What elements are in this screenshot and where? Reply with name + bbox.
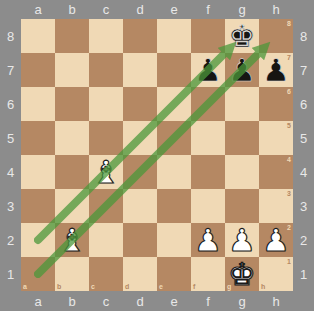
square-c4[interactable]: ♝: [89, 155, 123, 189]
inner-file-coord: b: [57, 283, 61, 290]
square-c1[interactable]: c: [89, 257, 123, 291]
file-label: f: [191, 0, 225, 19]
square-e4[interactable]: [157, 155, 191, 189]
square-a2[interactable]: [21, 223, 55, 257]
square-d6[interactable]: [123, 87, 157, 121]
square-b1[interactable]: b: [55, 257, 89, 291]
square-h8[interactable]: 8: [259, 19, 293, 53]
piece-white-king[interactable]: ♚: [228, 259, 256, 290]
file-label: e: [157, 0, 191, 19]
square-b8[interactable]: [55, 19, 89, 53]
square-f2[interactable]: ♟: [191, 223, 225, 257]
inner-file-coord: a: [23, 283, 27, 290]
square-g4[interactable]: [225, 155, 259, 189]
rank-label: 3: [0, 189, 21, 223]
chess-board[interactable]: ♚8♟♟7♟65♝43♝♟♟2♟abcdefg♚1h: [21, 19, 293, 291]
square-g1[interactable]: g♚: [225, 257, 259, 291]
square-a1[interactable]: a: [21, 257, 55, 291]
square-e6[interactable]: [157, 87, 191, 121]
square-c8[interactable]: [89, 19, 123, 53]
inner-rank-coord: 8: [287, 20, 291, 27]
rank-label: 4: [0, 155, 21, 189]
rank-label: 5: [0, 121, 21, 155]
square-b2[interactable]: ♝: [55, 223, 89, 257]
square-d3[interactable]: [123, 189, 157, 223]
square-a5[interactable]: [21, 121, 55, 155]
square-a4[interactable]: [21, 155, 55, 189]
rank-label: 8: [293, 19, 314, 53]
square-c2[interactable]: [89, 223, 123, 257]
file-label: e: [157, 291, 191, 311]
square-f7[interactable]: ♟: [191, 53, 225, 87]
square-h4[interactable]: 4: [259, 155, 293, 189]
square-e5[interactable]: [157, 121, 191, 155]
square-f6[interactable]: [191, 87, 225, 121]
piece-white-pawn[interactable]: ♟: [262, 225, 290, 256]
square-h3[interactable]: 3: [259, 189, 293, 223]
square-f8[interactable]: [191, 19, 225, 53]
square-h1[interactable]: 1h: [259, 257, 293, 291]
square-f5[interactable]: [191, 121, 225, 155]
file-label: a: [21, 291, 55, 311]
rank-labels-left: 87654321: [0, 19, 21, 291]
file-labels-top: abcdefgh: [21, 0, 293, 19]
square-g5[interactable]: [225, 121, 259, 155]
rank-label: 7: [293, 53, 314, 87]
file-label: d: [123, 291, 157, 311]
square-b7[interactable]: [55, 53, 89, 87]
square-b4[interactable]: [55, 155, 89, 189]
file-label: c: [89, 0, 123, 19]
rank-label: 2: [293, 223, 314, 257]
square-g2[interactable]: ♟: [225, 223, 259, 257]
square-d4[interactable]: [123, 155, 157, 189]
square-a3[interactable]: [21, 189, 55, 223]
rank-label: 1: [293, 257, 314, 291]
square-e2[interactable]: [157, 223, 191, 257]
rank-label: 5: [293, 121, 314, 155]
inner-file-coord: e: [159, 283, 163, 290]
piece-black-pawn[interactable]: ♟: [262, 55, 290, 86]
rank-label: 2: [0, 223, 21, 257]
file-label: f: [191, 291, 225, 311]
square-a8[interactable]: [21, 19, 55, 53]
rank-label: 8: [0, 19, 21, 53]
square-f1[interactable]: f: [191, 257, 225, 291]
file-labels-bottom: abcdefgh: [21, 291, 293, 311]
square-e3[interactable]: [157, 189, 191, 223]
square-f3[interactable]: [191, 189, 225, 223]
chessboard-frame: abcdefgh abcdefgh 87654321 87654321 ♚8♟♟…: [0, 0, 314, 311]
square-g8[interactable]: ♚: [225, 19, 259, 53]
file-label: c: [89, 291, 123, 311]
file-label: a: [21, 0, 55, 19]
file-label: h: [259, 0, 293, 19]
square-f4[interactable]: [191, 155, 225, 189]
square-h7[interactable]: 7♟: [259, 53, 293, 87]
square-c7[interactable]: [89, 53, 123, 87]
square-c5[interactable]: [89, 121, 123, 155]
square-g3[interactable]: [225, 189, 259, 223]
square-e8[interactable]: [157, 19, 191, 53]
square-c6[interactable]: [89, 87, 123, 121]
piece-black-pawn[interactable]: ♟: [194, 55, 222, 86]
piece-white-bishop[interactable]: ♝: [92, 157, 120, 188]
inner-rank-coord: 6: [287, 88, 291, 95]
inner-rank-coord: 5: [287, 122, 291, 129]
square-d2[interactable]: [123, 223, 157, 257]
inner-file-coord: f: [193, 283, 195, 290]
file-label: g: [225, 291, 259, 311]
file-label: b: [55, 291, 89, 311]
inner-file-coord: c: [91, 283, 95, 290]
square-b6[interactable]: [55, 87, 89, 121]
square-e7[interactable]: [157, 53, 191, 87]
square-h2[interactable]: 2♟: [259, 223, 293, 257]
rank-label: 6: [0, 87, 21, 121]
square-b3[interactable]: [55, 189, 89, 223]
square-g7[interactable]: ♟: [225, 53, 259, 87]
piece-black-pawn[interactable]: ♟: [228, 55, 256, 86]
square-h5[interactable]: 5: [259, 121, 293, 155]
rank-label: 6: [293, 87, 314, 121]
square-a7[interactable]: [21, 53, 55, 87]
rank-labels-right: 87654321: [293, 19, 314, 291]
piece-black-king[interactable]: ♚: [228, 21, 256, 52]
square-d5[interactable]: [123, 121, 157, 155]
piece-white-pawn[interactable]: ♟: [228, 225, 256, 256]
piece-white-bishop[interactable]: ♝: [58, 225, 86, 256]
inner-rank-coord: 4: [287, 156, 291, 163]
square-d7[interactable]: [123, 53, 157, 87]
rank-label: 4: [293, 155, 314, 189]
file-label: h: [259, 291, 293, 311]
inner-rank-coord: 3: [287, 190, 291, 197]
square-e1[interactable]: e: [157, 257, 191, 291]
square-d8[interactable]: [123, 19, 157, 53]
inner-file-coord: d: [125, 283, 129, 290]
file-label: b: [55, 0, 89, 19]
square-g6[interactable]: [225, 87, 259, 121]
inner-rank-coord: 1: [287, 258, 291, 265]
square-c3[interactable]: [89, 189, 123, 223]
rank-label: 7: [0, 53, 21, 87]
square-a6[interactable]: [21, 87, 55, 121]
file-label: g: [225, 0, 259, 19]
square-b5[interactable]: [55, 121, 89, 155]
rank-label: 1: [0, 257, 21, 291]
piece-white-pawn[interactable]: ♟: [194, 225, 222, 256]
file-label: d: [123, 0, 157, 19]
rank-label: 3: [293, 189, 314, 223]
square-h6[interactable]: 6: [259, 87, 293, 121]
square-d1[interactable]: d: [123, 257, 157, 291]
inner-file-coord: h: [261, 283, 265, 290]
